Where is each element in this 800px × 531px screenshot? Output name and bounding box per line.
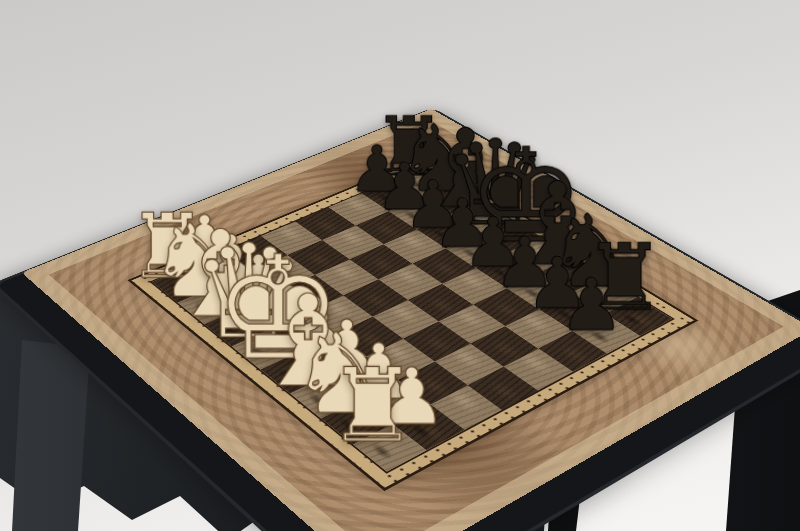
piece-black-pawn: ♟ <box>559 268 624 340</box>
square-h1: ♜ <box>353 424 426 471</box>
table-top-burl: ♜♞♝♛♚♝♞♜♟♟♟♟♟♟♟♟♟♟♟♟♟♟♟♟♜♞♝♛♚♝♞♜ <box>22 108 800 531</box>
chess-board: ♜♞♝♛♚♝♞♜♟♟♟♟♟♟♟♟♟♟♟♟♟♟♟♟♜♞♝♛♚♝♞♜ <box>149 165 675 473</box>
scene-photo: ♜♞♝♛♚♝♞♜♟♟♟♟♟♟♟♟♟♟♟♟♟♟♟♟♜♞♝♛♚♝♞♜ <box>0 0 800 531</box>
table-scene: ♜♞♝♛♚♝♞♜♟♟♟♟♟♟♟♟♟♟♟♟♟♟♟♟♜♞♝♛♚♝♞♜ <box>0 0 800 531</box>
piece-white-rook: ♜ <box>327 354 418 456</box>
board-inlay-frame: ♜♞♝♛♚♝♞♜♟♟♟♟♟♟♟♟♟♟♟♟♟♟♟♟♜♞♝♛♚♝♞♜ <box>127 155 698 490</box>
square-g5 <box>471 326 539 366</box>
table: ♜♞♝♛♚♝♞♜♟♟♟♟♟♟♟♟♟♟♟♟♟♟♟♟♜♞♝♛♚♝♞♜ <box>22 108 800 531</box>
